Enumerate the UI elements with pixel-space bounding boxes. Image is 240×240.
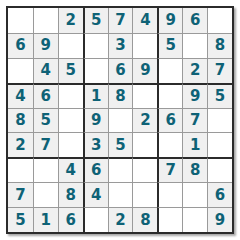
cell-r4c6[interactable]	[132, 83, 157, 108]
cell-r3c5[interactable]: 6	[108, 58, 133, 83]
cell-r5c6[interactable]: 2	[132, 108, 157, 133]
cell-r6c4[interactable]: 3	[83, 132, 108, 157]
cell-r5c7[interactable]: 6	[157, 108, 182, 133]
cell-r3c8[interactable]: 2	[182, 58, 207, 83]
cell-r9c5[interactable]: 2	[108, 207, 133, 232]
cell-r1c8[interactable]: 6	[182, 8, 207, 33]
cell-r3c7[interactable]	[157, 58, 182, 83]
cell-r2c8[interactable]	[182, 33, 207, 58]
cell-r9c8[interactable]	[182, 207, 207, 232]
cell-r8c1[interactable]: 7	[8, 182, 33, 207]
cell-r6c7[interactable]	[157, 132, 182, 157]
cell-r7c1[interactable]	[8, 157, 33, 182]
cell-r7c6[interactable]	[132, 157, 157, 182]
cell-r8c6[interactable]	[132, 182, 157, 207]
cell-r8c2[interactable]	[33, 182, 58, 207]
cell-r5c2[interactable]: 5	[33, 108, 58, 133]
cell-r6c3[interactable]	[58, 132, 83, 157]
cell-r7c8[interactable]: 8	[182, 157, 207, 182]
cell-r4c2[interactable]: 6	[33, 83, 58, 108]
cell-r9c4[interactable]	[83, 207, 108, 232]
cell-r4c5[interactable]: 8	[108, 83, 133, 108]
cell-r7c7[interactable]: 7	[157, 157, 182, 182]
cell-r2c9[interactable]: 8	[207, 33, 232, 58]
cell-r2c1[interactable]: 6	[8, 33, 33, 58]
cell-r8c4[interactable]: 4	[83, 182, 108, 207]
cell-r4c4[interactable]: 1	[83, 83, 108, 108]
cell-r3c2[interactable]: 4	[33, 58, 58, 83]
cell-r5c3[interactable]	[58, 108, 83, 133]
cell-r3c9[interactable]: 7	[207, 58, 232, 83]
cell-r1c2[interactable]	[33, 8, 58, 33]
cell-r9c2[interactable]: 1	[33, 207, 58, 232]
cell-r3c6[interactable]: 9	[132, 58, 157, 83]
cell-r3c4[interactable]	[83, 58, 108, 83]
cell-r4c3[interactable]	[58, 83, 83, 108]
cell-r8c5[interactable]	[108, 182, 133, 207]
cell-r6c5[interactable]: 5	[108, 132, 133, 157]
cell-r4c7[interactable]	[157, 83, 182, 108]
cell-r8c3[interactable]: 8	[58, 182, 83, 207]
cell-r8c7[interactable]	[157, 182, 182, 207]
cell-r2c5[interactable]: 3	[108, 33, 133, 58]
cell-r4c9[interactable]: 5	[207, 83, 232, 108]
cell-r6c1[interactable]: 2	[8, 132, 33, 157]
cell-r9c9[interactable]: 9	[207, 207, 232, 232]
cell-r9c6[interactable]: 8	[132, 207, 157, 232]
cell-r9c7[interactable]	[157, 207, 182, 232]
cell-r4c1[interactable]: 4	[8, 83, 33, 108]
cell-r1c4[interactable]: 5	[83, 8, 108, 33]
cell-r7c9[interactable]	[207, 157, 232, 182]
cell-r1c9[interactable]	[207, 8, 232, 33]
cell-r2c2[interactable]: 9	[33, 33, 58, 58]
cell-r6c8[interactable]: 1	[182, 132, 207, 157]
cell-r8c8[interactable]	[182, 182, 207, 207]
page: 2574966935845692746189585926727351467878…	[0, 0, 240, 240]
cell-r2c7[interactable]: 5	[157, 33, 182, 58]
cell-r1c3[interactable]: 2	[58, 8, 83, 33]
sudoku-board: 2574966935845692746189585926727351467878…	[6, 6, 234, 234]
cell-r2c6[interactable]	[132, 33, 157, 58]
cell-r8c9[interactable]: 6	[207, 182, 232, 207]
cell-r2c3[interactable]	[58, 33, 83, 58]
cell-r7c3[interactable]: 4	[58, 157, 83, 182]
cell-r1c7[interactable]: 9	[157, 8, 182, 33]
cell-r3c3[interactable]: 5	[58, 58, 83, 83]
cell-r5c1[interactable]: 8	[8, 108, 33, 133]
cell-r5c5[interactable]	[108, 108, 133, 133]
cell-r7c2[interactable]	[33, 157, 58, 182]
cell-r7c5[interactable]	[108, 157, 133, 182]
cell-r6c9[interactable]	[207, 132, 232, 157]
cell-r6c2[interactable]: 7	[33, 132, 58, 157]
cell-r7c4[interactable]: 6	[83, 157, 108, 182]
cell-r1c5[interactable]: 7	[108, 8, 133, 33]
cell-r1c6[interactable]: 4	[132, 8, 157, 33]
cell-r6c6[interactable]	[132, 132, 157, 157]
cell-r5c9[interactable]	[207, 108, 232, 133]
cell-r9c3[interactable]: 6	[58, 207, 83, 232]
cell-r4c8[interactable]: 9	[182, 83, 207, 108]
cell-r1c1[interactable]	[8, 8, 33, 33]
cell-r3c1[interactable]	[8, 58, 33, 83]
cell-r5c8[interactable]: 7	[182, 108, 207, 133]
cell-r5c4[interactable]: 9	[83, 108, 108, 133]
cell-r9c1[interactable]: 5	[8, 207, 33, 232]
cell-r2c4[interactable]	[83, 33, 108, 58]
